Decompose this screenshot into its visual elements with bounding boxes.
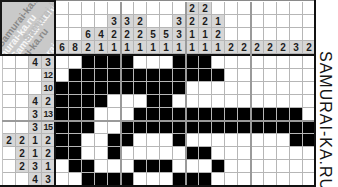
grid-cell[interactable]: [95, 95, 108, 108]
grid-cell[interactable]: [82, 69, 95, 82]
column-clue-cell: 2: [212, 28, 225, 41]
grid-cell[interactable]: [277, 69, 290, 82]
grid-cell[interactable]: [186, 82, 199, 95]
grid-cell[interactable]: [95, 147, 108, 160]
column-clue-cell: [95, 2, 108, 15]
column-clue-cell: 6: [56, 41, 69, 54]
row-clue-cell: [16, 56, 29, 69]
grid-cell[interactable]: [251, 121, 264, 134]
column-clue-cell: [251, 2, 264, 15]
grid-cell[interactable]: [69, 147, 82, 160]
grid-cell[interactable]: [160, 134, 173, 147]
column-clue-cell: [212, 2, 225, 15]
grid-cell[interactable]: [69, 134, 82, 147]
grid-cell[interactable]: [134, 121, 147, 134]
column-clue-cell: [121, 2, 134, 15]
grid-cell[interactable]: [160, 147, 173, 160]
column-clue-cell: 2: [251, 41, 264, 54]
grid-cell[interactable]: [69, 82, 82, 95]
grid-cell[interactable]: [160, 121, 173, 134]
grid-cell[interactable]: [95, 56, 108, 69]
row-clue-cell: 1: [29, 147, 42, 160]
grid-cell[interactable]: [212, 160, 225, 173]
grid-cell[interactable]: [277, 121, 290, 134]
grid-cell[interactable]: [82, 160, 95, 173]
grid-cell[interactable]: [277, 160, 290, 173]
grid-cell[interactable]: [134, 69, 147, 82]
grid-cell[interactable]: [69, 160, 82, 173]
grid-cell[interactable]: [121, 160, 134, 173]
grid-cell[interactable]: [186, 121, 199, 134]
column-clue-cell: 3: [290, 41, 303, 54]
grid-cell[interactable]: [225, 147, 238, 160]
column-clue-cell: 2: [121, 28, 134, 41]
grid-cell[interactable]: [277, 56, 290, 69]
grid-cell[interactable]: [56, 121, 69, 134]
grid-cell[interactable]: [251, 56, 264, 69]
column-clue-cell: [277, 2, 290, 15]
frame-top-line: [56, 0, 316, 1]
grid-cell[interactable]: [121, 69, 134, 82]
nonogram-puzzle: Samurai-ka.ruSamurai-ka.ruSamurai-ka.ruS…: [0, 0, 338, 187]
row-clue-cell: [16, 95, 29, 108]
grid-cell[interactable]: [212, 121, 225, 134]
grid-cell[interactable]: [290, 134, 303, 147]
grid-cell[interactable]: [134, 82, 147, 95]
row-clue-cell: 4: [29, 56, 42, 69]
row-clue-cell: 2: [16, 147, 29, 160]
frame-grid-top: [0, 54, 316, 56]
grid-cell[interactable]: [134, 95, 147, 108]
grid-cell[interactable]: [290, 160, 303, 173]
grid-cell[interactable]: [212, 134, 225, 147]
grid-cell[interactable]: [147, 121, 160, 134]
grid-cell[interactable]: [95, 69, 108, 82]
grid-cell[interactable]: [199, 147, 212, 160]
grid-cell[interactable]: [82, 134, 95, 147]
column-clue-cell: [225, 28, 238, 41]
column-clue-cell: 2: [134, 15, 147, 28]
grid-cell[interactable]: [290, 147, 303, 160]
grid-cell[interactable]: [134, 134, 147, 147]
grid-cell[interactable]: [277, 95, 290, 108]
column-clue-cell: [225, 15, 238, 28]
grid-cell[interactable]: [82, 121, 95, 134]
row-clue-cell: [3, 56, 16, 69]
grid-cell[interactable]: [147, 82, 160, 95]
column-clue-cell: [264, 28, 277, 41]
column-clue-cell: [225, 2, 238, 15]
frame-grid-left: [54, 0, 56, 187]
group-separator-v1: [120, 2, 122, 185]
grid-cell[interactable]: [95, 121, 108, 134]
grid-cell[interactable]: [199, 69, 212, 82]
grid-cell[interactable]: [290, 69, 303, 82]
group-separator-v2: [185, 2, 187, 185]
row-clue-cell: [3, 82, 16, 95]
column-clue-cell: 5: [147, 28, 160, 41]
grid-cell[interactable]: [264, 160, 277, 173]
grid-cell[interactable]: [56, 69, 69, 82]
column-clue-cell: [82, 15, 95, 28]
grid-cell[interactable]: [134, 56, 147, 69]
grid-cell[interactable]: [121, 121, 134, 134]
row-clue-cell: 2: [3, 134, 16, 147]
grid-cell[interactable]: [56, 134, 69, 147]
grid-cell[interactable]: [121, 95, 134, 108]
column-clue-cell: [95, 15, 108, 28]
grid-cell[interactable]: [212, 147, 225, 160]
grid-cell[interactable]: [225, 56, 238, 69]
grid-cell[interactable]: [186, 134, 199, 147]
row-clue-cell: [3, 147, 16, 160]
grid-cell[interactable]: [56, 82, 69, 95]
row-clue-cell: [3, 121, 16, 134]
frame-grid-bottom: [0, 185, 316, 187]
grid-cell[interactable]: [225, 160, 238, 173]
grid-cell[interactable]: [264, 95, 277, 108]
grid-cell[interactable]: [277, 134, 290, 147]
column-clue-cell: [56, 28, 69, 41]
column-clue-cell: 6: [82, 28, 95, 41]
grid-cell[interactable]: [160, 56, 173, 69]
grid-cell[interactable]: [264, 121, 277, 134]
group-separator-v3: [250, 2, 252, 185]
grid-cell[interactable]: [56, 160, 69, 173]
column-clue-cell: 8: [69, 41, 82, 54]
grid-cell[interactable]: [290, 95, 303, 108]
grid-cell[interactable]: [277, 147, 290, 160]
grid-cell[interactable]: [290, 121, 303, 134]
grid-cell[interactable]: [199, 134, 212, 147]
row-clue-cell: [16, 121, 29, 134]
grid-cell[interactable]: [82, 82, 95, 95]
grid-cell[interactable]: [147, 134, 160, 147]
grid-cell[interactable]: [251, 82, 264, 95]
grid-cell[interactable]: [160, 95, 173, 108]
grid-cell[interactable]: [212, 56, 225, 69]
grid-cell[interactable]: [82, 147, 95, 160]
column-clue-cell: [290, 15, 303, 28]
column-clue-cell: [134, 2, 147, 15]
grid-cell[interactable]: [56, 147, 69, 160]
grid-cell[interactable]: [147, 160, 160, 173]
grid-cell[interactable]: [147, 147, 160, 160]
column-clue-cell: 2: [186, 15, 199, 28]
grid-cell[interactable]: [251, 95, 264, 108]
group-separator-h1: [2, 120, 314, 122]
column-clue-cell: 1: [121, 41, 134, 54]
column-clue-cell: [290, 2, 303, 15]
grid-cell[interactable]: [290, 56, 303, 69]
column-clue-cell: 2: [277, 41, 290, 54]
grid-cell[interactable]: [95, 134, 108, 147]
column-clue-cell: 1: [199, 41, 212, 54]
grid-cell[interactable]: [264, 134, 277, 147]
column-clue-cell: 1: [186, 41, 199, 54]
grid-cell[interactable]: [134, 160, 147, 173]
column-clue-cell: [251, 15, 264, 28]
column-clue-cell: [160, 2, 173, 15]
grid-cell[interactable]: [186, 160, 199, 173]
column-clue-cell: [264, 2, 277, 15]
grid-cell[interactable]: [56, 95, 69, 108]
column-clue-cell: 1: [147, 41, 160, 54]
grid-cell[interactable]: [199, 160, 212, 173]
grid-cell[interactable]: [225, 134, 238, 147]
grid-cell[interactable]: [134, 147, 147, 160]
grid-cell[interactable]: [160, 82, 173, 95]
grid-cell[interactable]: [121, 82, 134, 95]
column-clue-cell: 5: [160, 28, 173, 41]
column-clue-cell: 1: [186, 28, 199, 41]
row-clue-cell: [3, 160, 16, 173]
grid-cell[interactable]: [264, 147, 277, 160]
column-clue-cell: [147, 15, 160, 28]
column-clue-cell: 2: [82, 41, 95, 54]
column-clue-cell: [277, 15, 290, 28]
row-clue-cell: 1: [29, 134, 42, 147]
column-clue-cell: 2: [199, 2, 212, 15]
grid-cell[interactable]: [69, 121, 82, 134]
row-clue-cell: 4: [29, 95, 42, 108]
row-clue-cell: [16, 82, 29, 95]
grid-cell[interactable]: [225, 69, 238, 82]
column-clue-cell: [69, 15, 82, 28]
grid-cell[interactable]: [225, 95, 238, 108]
column-clue-cell: 4: [95, 28, 108, 41]
row-clue-cell: [3, 69, 16, 82]
column-clue-cell: [290, 28, 303, 41]
grid-cell[interactable]: [186, 56, 199, 69]
grid-cell[interactable]: [82, 95, 95, 108]
grid-cell[interactable]: [199, 56, 212, 69]
column-clue-cell: 2: [225, 41, 238, 54]
column-clue-cell: 3: [121, 15, 134, 28]
grid-cell[interactable]: [264, 82, 277, 95]
column-clue-cell: 1: [160, 41, 173, 54]
column-clue-cell: 2: [186, 2, 199, 15]
column-clue-cell: [56, 15, 69, 28]
grid-cell[interactable]: [251, 134, 264, 147]
column-clue-cell: 1: [199, 28, 212, 41]
grid-cell[interactable]: [69, 95, 82, 108]
grid-cell[interactable]: [290, 82, 303, 95]
column-clue-cell: [82, 2, 95, 15]
grid-cell[interactable]: [69, 56, 82, 69]
grid-cell[interactable]: [264, 69, 277, 82]
grid-cell[interactable]: [277, 82, 290, 95]
grid-cell[interactable]: [186, 95, 199, 108]
grid-cell[interactable]: [186, 147, 199, 160]
corner-watermark: Samurai-ka.ruSamurai-ka.ruSamurai-ka.ruS…: [0, 0, 56, 56]
row-clue-cell: [3, 95, 16, 108]
grid-cell[interactable]: [199, 121, 212, 134]
grid-cell[interactable]: [225, 82, 238, 95]
column-clue-cell: 2: [264, 41, 277, 54]
column-clue-cell: 1: [212, 41, 225, 54]
column-clue-cell: 1: [134, 41, 147, 54]
grid-cell[interactable]: [251, 69, 264, 82]
grid-cell[interactable]: [147, 69, 160, 82]
grid-cell[interactable]: [212, 95, 225, 108]
grid-cell[interactable]: [121, 134, 134, 147]
row-clue-cell: 3: [29, 160, 42, 173]
grid-cell[interactable]: [56, 56, 69, 69]
row-clue-cell: 3: [29, 121, 42, 134]
row-clue-cell: [29, 69, 42, 82]
column-clue-cell: [69, 2, 82, 15]
column-clue-cell: 2: [134, 28, 147, 41]
grid-cell[interactable]: [160, 69, 173, 82]
column-clue-cell: [160, 15, 173, 28]
grid-cell[interactable]: [95, 160, 108, 173]
grid-cell[interactable]: [212, 69, 225, 82]
column-clue-cell: 1: [212, 15, 225, 28]
grid-cell[interactable]: [186, 69, 199, 82]
column-clue-cell: [264, 15, 277, 28]
column-clue-cell: [147, 2, 160, 15]
grid-cell[interactable]: [147, 56, 160, 69]
grid-cell[interactable]: [121, 56, 134, 69]
column-clue-cell: [56, 2, 69, 15]
grid-cell[interactable]: [95, 82, 108, 95]
grid-cell[interactable]: [225, 121, 238, 134]
column-clue-cell: 1: [95, 41, 108, 54]
grid-cell[interactable]: [121, 147, 134, 160]
grid-cell[interactable]: [251, 147, 264, 160]
grid-cell[interactable]: [82, 56, 95, 69]
grid-cell[interactable]: [264, 56, 277, 69]
grid-cell[interactable]: [147, 95, 160, 108]
grid-cell[interactable]: [199, 82, 212, 95]
column-clue-cell: [251, 28, 264, 41]
row-clue-cell: 2: [16, 160, 29, 173]
grid-cell[interactable]: [160, 160, 173, 173]
column-clue-cell: [277, 28, 290, 41]
column-clue-cell: 2: [199, 15, 212, 28]
row-clue-cell: [29, 82, 42, 95]
grid-cell[interactable]: [212, 82, 225, 95]
grid-cell[interactable]: [69, 69, 82, 82]
grid-cell[interactable]: [199, 95, 212, 108]
row-clue-cell: [16, 69, 29, 82]
grid-cell[interactable]: [251, 160, 264, 173]
column-clue-cell: [69, 28, 82, 41]
watermark-text: SAMURAI-KA.RU: [316, 51, 334, 187]
row-clue-cell: 2: [16, 134, 29, 147]
